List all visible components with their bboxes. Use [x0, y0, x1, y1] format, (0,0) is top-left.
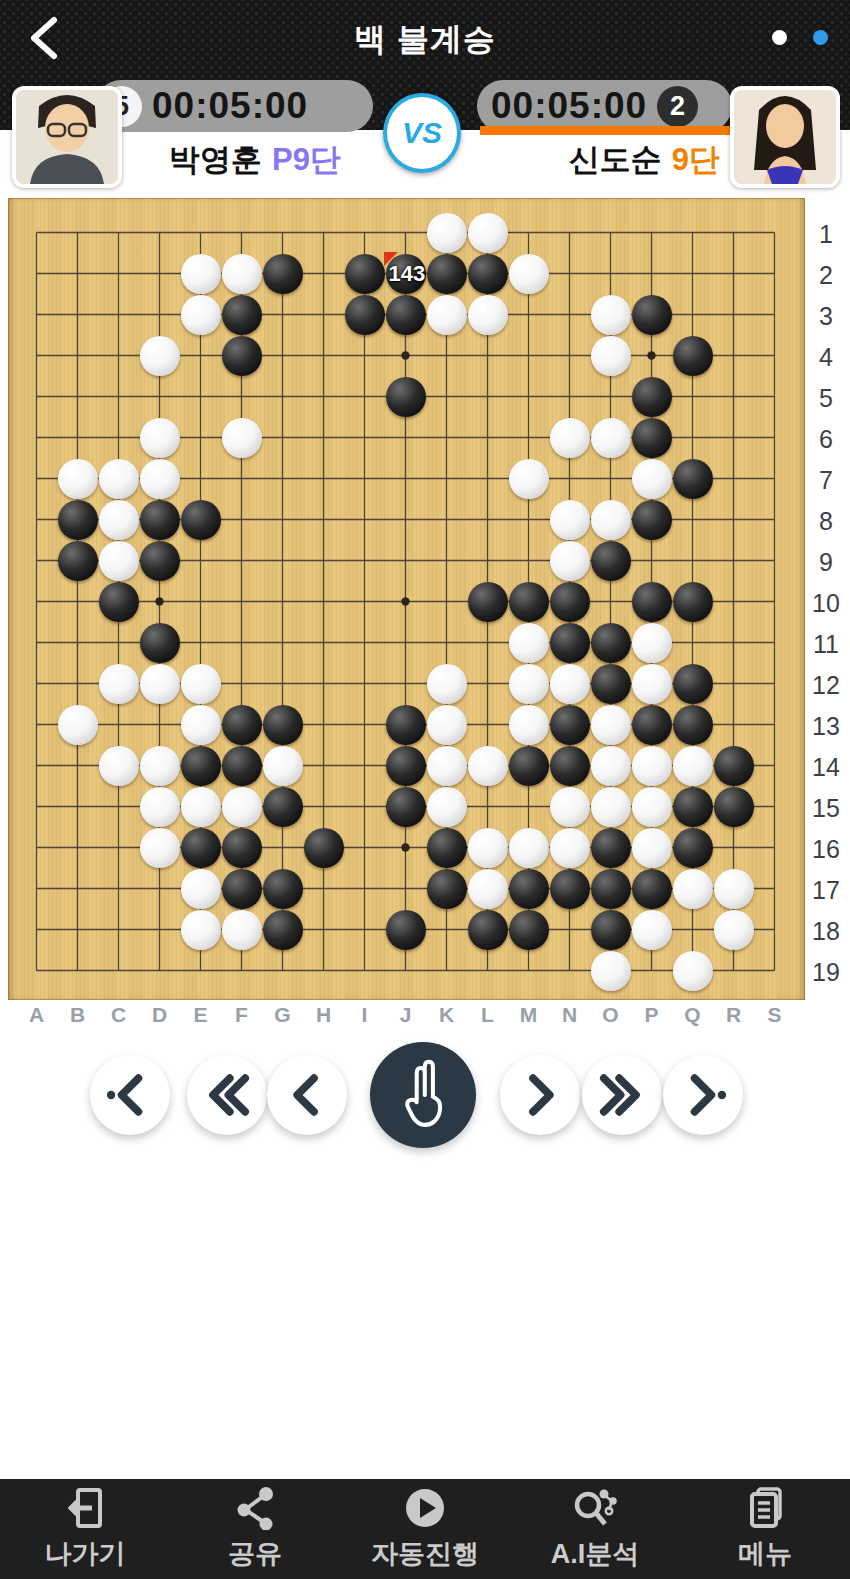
stone-black [632, 869, 672, 909]
stone-white [468, 746, 508, 786]
col-label-J: J [392, 1003, 420, 1027]
stone-white [222, 787, 262, 827]
stone-white [99, 746, 139, 786]
menu-label: 메뉴 [738, 1536, 792, 1572]
col-label-D: D [146, 1003, 174, 1027]
stone-black [550, 582, 590, 622]
exit-label: 나가기 [45, 1536, 126, 1572]
row-label-15: 15 [808, 794, 844, 823]
stone-white [550, 828, 590, 868]
stone-black [181, 500, 221, 540]
stone-black [386, 787, 426, 827]
stone-black [673, 787, 713, 827]
row-label-7: 7 [808, 466, 844, 495]
stone-black [181, 746, 221, 786]
stone-white [263, 746, 303, 786]
stone-white [58, 705, 98, 745]
row-label-12: 12 [808, 671, 844, 700]
stone-white [99, 500, 139, 540]
stone-white [181, 664, 221, 704]
white-clock: 00:05:00 2 [477, 80, 732, 132]
hand-icon [407, 1062, 440, 1125]
stone-black [222, 295, 262, 335]
white-player-name: 신도순 [569, 139, 662, 181]
stone-white [632, 910, 672, 950]
go-to-end-button[interactable] [663, 1055, 743, 1135]
stone-white [427, 213, 467, 253]
stone-white [99, 541, 139, 581]
stone-black [427, 828, 467, 868]
stone-black [222, 336, 262, 376]
double-chevron-left-icon [228, 1078, 245, 1112]
stone-black [222, 746, 262, 786]
autoplay-label: 자동진행 [371, 1536, 479, 1572]
stone-white [427, 787, 467, 827]
stone-white [509, 705, 549, 745]
share-label: 공유 [228, 1536, 282, 1572]
stone-black [263, 910, 303, 950]
stone-black [427, 254, 467, 294]
stone-black [222, 869, 262, 909]
exit-icon [62, 1486, 108, 1530]
col-label-B: B [64, 1003, 92, 1027]
stone-white [99, 664, 139, 704]
row-label-5: 5 [808, 384, 844, 413]
stone-white [673, 951, 713, 991]
step-forward-button[interactable] [500, 1055, 580, 1135]
stone-black [591, 910, 631, 950]
stone-black [386, 746, 426, 786]
stone-black [550, 869, 590, 909]
col-label-I: I [351, 1003, 379, 1027]
black-clock: 5 00:05:00 [95, 80, 373, 132]
stone-white [509, 623, 549, 663]
page-dot-1 [772, 30, 787, 45]
fast-rewind-button[interactable] [187, 1055, 267, 1135]
row-label-19: 19 [808, 958, 844, 987]
col-label-K: K [433, 1003, 461, 1027]
stone-white [140, 664, 180, 704]
stone-white [509, 254, 549, 294]
ai-analysis-button[interactable]: A.I분석 [535, 1486, 655, 1572]
stone-black [509, 869, 549, 909]
stone-white [222, 910, 262, 950]
go-board[interactable]: 143 [8, 198, 805, 1000]
chevron-right-icon [533, 1078, 550, 1112]
row-label-4: 4 [808, 343, 844, 372]
stone-black [509, 582, 549, 622]
stone-black [304, 828, 344, 868]
stone-black [632, 582, 672, 622]
row-label-16: 16 [808, 835, 844, 864]
col-label-P: P [638, 1003, 666, 1027]
stone-black [591, 664, 631, 704]
stone-white [140, 336, 180, 376]
stone-white [591, 787, 631, 827]
stone-black [591, 828, 631, 868]
stone-white [181, 869, 221, 909]
col-label-S: S [761, 1003, 789, 1027]
stone-white [468, 213, 508, 253]
stone-black [591, 623, 631, 663]
row-label-2: 2 [808, 261, 844, 290]
white-player-rank: 9단 [672, 139, 720, 181]
white-player-name-row: 신도순 9단 [440, 137, 720, 183]
stone-black [673, 582, 713, 622]
white-clock-time: 00:05:00 [491, 85, 647, 127]
stone-white [673, 746, 713, 786]
stone-white [550, 787, 590, 827]
row-label-17: 17 [808, 876, 844, 905]
white-byoyomi-count: 2 [657, 86, 698, 127]
black-player-name: 박영훈 [169, 139, 262, 181]
stone-black [222, 705, 262, 745]
stone-black [550, 623, 590, 663]
stone-white [591, 746, 631, 786]
stone-white [591, 336, 631, 376]
stone-black [58, 500, 98, 540]
stone-black [140, 500, 180, 540]
black-player-rank: P9단 [272, 139, 341, 181]
stone-white [181, 787, 221, 827]
stone-black: 143 [386, 254, 426, 294]
col-label-C: C [105, 1003, 133, 1027]
stone-black [468, 254, 508, 294]
stone-white [714, 910, 754, 950]
row-label-3: 3 [808, 302, 844, 331]
stone-white [427, 746, 467, 786]
chevron-left-icon [297, 1078, 314, 1112]
col-label-M: M [515, 1003, 543, 1027]
stone-black [386, 910, 426, 950]
col-label-H: H [310, 1003, 338, 1027]
stone-white [632, 828, 672, 868]
row-label-14: 14 [808, 753, 844, 782]
go-to-start-button[interactable] [90, 1055, 170, 1135]
col-label-L: L [474, 1003, 502, 1027]
autoplay-button[interactable]: 자동진행 [365, 1486, 485, 1572]
stone-white [632, 787, 672, 827]
stone-white [468, 869, 508, 909]
fast-forward-button[interactable] [582, 1055, 662, 1135]
col-label-G: G [269, 1003, 297, 1027]
ai-analysis-icon [571, 1486, 619, 1530]
col-label-A: A [23, 1003, 51, 1027]
row-label-10: 10 [808, 589, 844, 618]
stone-white [468, 295, 508, 335]
page-indicator[interactable] [772, 30, 828, 45]
col-label-F: F [228, 1003, 256, 1027]
row-label-18: 18 [808, 917, 844, 946]
stone-black [140, 541, 180, 581]
stone-white [99, 459, 139, 499]
stone-black [468, 910, 508, 950]
stone-white [181, 910, 221, 950]
bottom-toolbar: 나가기 공유 자동진행 [0, 1479, 850, 1579]
stone-black [632, 418, 672, 458]
stone-black [263, 254, 303, 294]
stone-black [140, 623, 180, 663]
step-back-button[interactable] [267, 1055, 347, 1135]
stone-black [591, 869, 631, 909]
turn-indicator-bar [480, 126, 742, 135]
stone-white [632, 664, 672, 704]
stone-white [140, 787, 180, 827]
row-label-6: 6 [808, 425, 844, 454]
chevron-left-dot-icon [122, 1078, 139, 1112]
stone-white [673, 869, 713, 909]
share-icon [232, 1486, 278, 1530]
stone-black [345, 254, 385, 294]
stone-white [140, 459, 180, 499]
stone-black [181, 828, 221, 868]
stone-white [591, 500, 631, 540]
stone-white [181, 295, 221, 335]
stone-black [591, 541, 631, 581]
stone-black [632, 705, 672, 745]
stone-white [632, 623, 672, 663]
last-move-number: 143 [389, 254, 426, 294]
menu-icon [742, 1486, 788, 1530]
stone-black [509, 746, 549, 786]
ai-analysis-label: A.I분석 [551, 1536, 640, 1572]
go-game-app: 백 불계승 5 00:05:00 00:05:00 2 [0, 0, 850, 1579]
stone-black [99, 582, 139, 622]
stone-black [345, 295, 385, 335]
stone-black [673, 705, 713, 745]
col-label-N: N [556, 1003, 584, 1027]
stone-white [591, 951, 631, 991]
black-player-name-row: 박영훈 P9단 [130, 137, 380, 183]
vs-badge: VS [383, 93, 461, 173]
col-label-E: E [187, 1003, 215, 1027]
page-dot-2 [813, 30, 828, 45]
black-player-avatar [12, 86, 122, 188]
row-label-13: 13 [808, 712, 844, 741]
autoplay-icon [402, 1486, 448, 1530]
stone-white [427, 705, 467, 745]
stone-white [222, 254, 262, 294]
stone-black [632, 377, 672, 417]
stone-black [632, 500, 672, 540]
stone-white [509, 828, 549, 868]
stone-white [550, 541, 590, 581]
stone-white [632, 459, 672, 499]
col-label-R: R [720, 1003, 748, 1027]
stone-black [58, 541, 98, 581]
stone-white [181, 705, 221, 745]
stone-white [509, 459, 549, 499]
stone-black [673, 336, 713, 376]
stone-black [386, 705, 426, 745]
stone-black [263, 705, 303, 745]
stone-white [591, 418, 631, 458]
stone-black [673, 664, 713, 704]
stone-black [714, 787, 754, 827]
stone-black [222, 828, 262, 868]
stone-white [591, 705, 631, 745]
black-clock-time: 00:05:00 [152, 85, 308, 127]
stone-white [468, 828, 508, 868]
col-label-Q: Q [679, 1003, 707, 1027]
row-label-11: 11 [808, 630, 844, 659]
stone-black [550, 746, 590, 786]
stone-black [263, 787, 303, 827]
stone-black [468, 582, 508, 622]
menu-button[interactable]: 메뉴 [705, 1486, 825, 1572]
white-player-avatar [730, 86, 840, 188]
stone-black [263, 869, 303, 909]
stone-black [673, 828, 713, 868]
stone-white [140, 828, 180, 868]
row-label-1: 1 [808, 220, 844, 249]
stone-black [509, 910, 549, 950]
stone-white [58, 459, 98, 499]
stone-white [181, 254, 221, 294]
stone-black [714, 746, 754, 786]
hand-play-button[interactable] [370, 1042, 476, 1148]
col-label-O: O [597, 1003, 625, 1027]
stone-black [427, 869, 467, 909]
chevron-right-dot-icon [695, 1078, 712, 1112]
stone-white [509, 664, 549, 704]
stone-white [550, 500, 590, 540]
stone-black [632, 295, 672, 335]
stone-white [714, 869, 754, 909]
exit-button[interactable]: 나가기 [25, 1486, 145, 1572]
row-label-8: 8 [808, 507, 844, 536]
stone-white [222, 418, 262, 458]
stone-black [550, 705, 590, 745]
stone-white [140, 746, 180, 786]
stone-black [673, 459, 713, 499]
stone-white [427, 664, 467, 704]
stone-white [632, 746, 672, 786]
stone-white [550, 664, 590, 704]
row-label-9: 9 [808, 548, 844, 577]
stone-black [386, 377, 426, 417]
stone-white [591, 295, 631, 335]
share-button[interactable]: 공유 [195, 1486, 315, 1572]
page-title: 백 불계승 [0, 18, 850, 62]
stone-white [140, 418, 180, 458]
stone-white [427, 295, 467, 335]
stone-white [550, 418, 590, 458]
stone-black [386, 295, 426, 335]
